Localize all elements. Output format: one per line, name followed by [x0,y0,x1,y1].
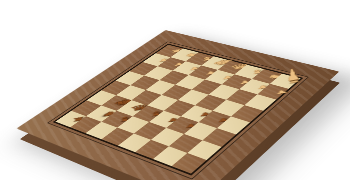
square-d5[interactable] [164,100,195,116]
product-photo-chess-scene: ♜♟♜♞♚♟♞♝♛♟♝♝♟♚♟♟♛♟♟♟♝♟♟♞♟♜ ♟ [0,0,350,180]
square-b7[interactable] [169,134,203,153]
square-c5[interactable]: ♟ [181,105,213,122]
square-b5[interactable]: ♟ [199,111,231,128]
chess-board-3d: ♜♟♜♞♚♟♞♝♛♟♝♝♟♚♟♟♛♟♟♟♝♟♟♞♟♜ ♟ [16,30,339,180]
black-bishop-f7[interactable]: ♝ [116,115,134,124]
black-pawn-c6[interactable]: ♟ [184,122,199,129]
black-pawn-b5[interactable]: ♟ [216,117,231,124]
white-pawn-b2[interactable]: ♟ [256,84,271,90]
black-rook-h8[interactable]: ♜ [71,116,86,123]
square-b4[interactable] [213,100,245,117]
